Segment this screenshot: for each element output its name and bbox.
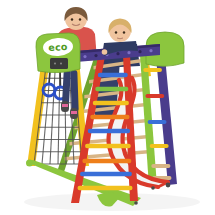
sneaker-accent [62, 104, 68, 107]
child-left-leg [70, 70, 78, 112]
chalk-board-mark [60, 63, 62, 65]
child-left-eye [71, 18, 73, 20]
side-ladder-rung [143, 68, 162, 72]
child-left-legs [61, 66, 79, 119]
base-beam-end [26, 160, 33, 167]
front-ladder-rung [85, 144, 131, 148]
side-ladder-rung [150, 144, 169, 148]
side-ladder-rung [148, 120, 167, 124]
front-ladder-rung [93, 101, 129, 105]
beam-dot [83, 55, 86, 58]
caster-wheel [134, 201, 138, 205]
front-ladder-rung [88, 129, 130, 133]
beam-dot [94, 54, 97, 57]
beam-dot [127, 51, 130, 54]
front-ladder-rung [90, 115, 129, 119]
side-ladder-rung [145, 94, 164, 98]
front-ladder-rung [82, 159, 131, 163]
product-photo: eco [0, 0, 215, 215]
climbing-frame-scene: eco [0, 0, 215, 215]
child-right-eye [123, 31, 125, 33]
chalk-board-mark [54, 63, 56, 65]
child-right-eye [115, 31, 117, 33]
front-ladder-rung [78, 186, 133, 190]
beam-dot [149, 49, 152, 52]
front-ladder-rung [98, 73, 128, 77]
logo-plate: eco [36, 33, 80, 73]
side-ladder-rung [151, 164, 170, 168]
child-left-eye [79, 18, 81, 20]
beam-dot [138, 50, 141, 53]
front-ladder-rung [80, 172, 132, 176]
caster-wheel [166, 183, 171, 188]
beam-dot [116, 52, 119, 55]
sneaker-accent [71, 111, 77, 114]
logo-text: eco [48, 41, 68, 53]
child-right-hand [102, 49, 108, 55]
front-ladder-rung [95, 87, 128, 91]
chalk-board [50, 58, 68, 69]
caster-wheel [151, 186, 155, 190]
